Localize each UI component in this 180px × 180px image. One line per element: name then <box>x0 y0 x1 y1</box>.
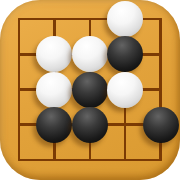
intersection <box>72 107 107 142</box>
intersection <box>107 1 142 36</box>
black-stone <box>72 72 108 108</box>
black-stone <box>143 107 179 143</box>
intersection <box>72 37 107 72</box>
intersection <box>1 1 36 36</box>
intersection <box>107 37 142 72</box>
white-stone <box>36 36 72 72</box>
intersection <box>107 72 142 107</box>
intersection <box>1 37 36 72</box>
intersection <box>72 142 107 177</box>
intersection <box>143 142 178 177</box>
white-stone <box>36 72 72 108</box>
intersection <box>1 72 36 107</box>
intersection <box>37 1 72 36</box>
intersection <box>107 142 142 177</box>
black-stone <box>107 36 143 72</box>
white-stone <box>107 1 143 37</box>
intersection <box>37 37 72 72</box>
intersection <box>37 142 72 177</box>
intersection <box>143 107 178 142</box>
go-board <box>0 0 180 180</box>
intersection <box>1 107 36 142</box>
intersection <box>37 107 72 142</box>
board-intersections <box>1 1 178 177</box>
intersection <box>37 72 72 107</box>
intersection <box>72 1 107 36</box>
intersection <box>143 72 178 107</box>
intersection <box>143 37 178 72</box>
intersection <box>1 142 36 177</box>
black-stone <box>36 107 72 143</box>
intersection <box>107 107 142 142</box>
intersection <box>143 1 178 36</box>
intersection <box>72 72 107 107</box>
white-stone <box>72 36 108 72</box>
white-stone <box>107 72 143 108</box>
screenshot-canvas <box>0 0 180 180</box>
black-stone <box>72 107 108 143</box>
go-app-icon[interactable] <box>0 0 180 180</box>
